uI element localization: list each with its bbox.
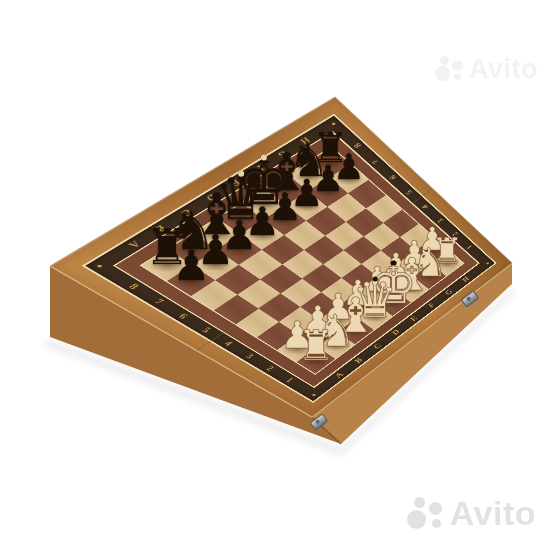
finial-dot [372,276,377,281]
watermark-avito-bottom: Avito [407,494,536,533]
finial-dot [391,261,396,266]
watermark-text: Avito [469,54,538,85]
piece-black-pawn-a7: ♟ [172,245,210,288]
avito-logo-icon [435,56,464,83]
finial-dot [261,154,267,160]
finial-dot [238,171,244,177]
watermark-text: Avito [450,494,536,533]
avito-logo-icon [407,497,444,531]
watermark-avito-top: Avito [435,54,538,85]
piece-white-rook-a1: ♜ [297,325,334,367]
product-photo-canvas: 8765432187654321ABCDEFGHABCDEFGH◆◆◆◆ ♜♞♟… [0,0,540,540]
